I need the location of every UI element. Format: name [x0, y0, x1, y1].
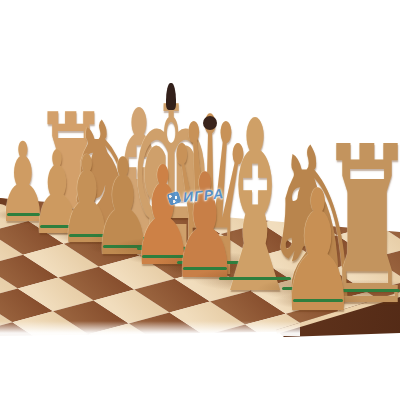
- felt-base: [293, 299, 343, 302]
- dice-cube-icon: [167, 191, 182, 206]
- pawn-piece[interactable]: ♟: [279, 168, 357, 336]
- chess-set-photo: ♟♜♟♞♟♝♟♚♟♛♟♝♞♜♟ ИГРА: [0, 0, 400, 400]
